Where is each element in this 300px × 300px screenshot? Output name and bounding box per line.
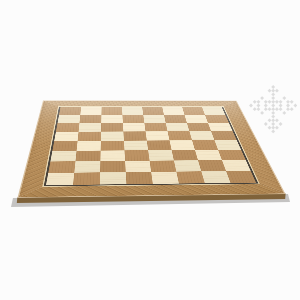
square-c2 [100, 161, 126, 172]
square-f5 [168, 131, 193, 140]
square-d1 [126, 172, 153, 184]
square-b1 [73, 172, 100, 184]
square-b7 [79, 115, 101, 123]
square-g8 [182, 107, 205, 115]
square-c6 [101, 123, 123, 132]
square-d5 [123, 131, 146, 140]
square-f7 [164, 115, 187, 123]
dark-fillet-line [44, 107, 259, 186]
square-a4 [52, 141, 77, 151]
square-b4 [77, 141, 101, 151]
square-d8 [122, 107, 143, 115]
square-d7 [122, 115, 144, 123]
square-e1 [151, 172, 179, 184]
square-h5 [211, 131, 237, 140]
square-a5 [54, 132, 78, 141]
square-h4 [214, 140, 241, 150]
chess-board [17, 101, 285, 198]
square-d3 [124, 150, 149, 161]
product-photo [0, 0, 300, 300]
square-f1 [176, 171, 205, 183]
square-e7 [143, 115, 165, 123]
square-b3 [75, 151, 100, 162]
square-e5 [146, 131, 170, 140]
brand-ornament-icon [249, 85, 297, 136]
square-e4 [147, 140, 172, 150]
square-a7 [58, 115, 81, 123]
square-h2 [222, 160, 251, 171]
square-f4 [170, 140, 195, 150]
square-b8 [80, 107, 101, 115]
square-f8 [162, 107, 184, 115]
square-e3 [148, 150, 174, 161]
square-c5 [101, 131, 124, 140]
square-b2 [74, 161, 100, 173]
maple-fillet-line [42, 106, 260, 187]
square-c8 [101, 107, 122, 115]
square-h3 [218, 150, 246, 160]
square-a8 [59, 107, 81, 115]
square-e6 [144, 123, 167, 132]
square-d2 [125, 161, 151, 172]
board-squares-grid [46, 107, 256, 185]
square-a2 [48, 161, 75, 173]
square-b6 [79, 123, 102, 132]
square-h6 [208, 123, 233, 131]
square-a3 [50, 151, 76, 162]
square-c3 [100, 150, 125, 161]
square-f2 [174, 160, 201, 171]
square-a1 [46, 173, 74, 186]
square-h7 [205, 115, 229, 123]
square-b5 [78, 132, 101, 141]
square-e8 [142, 107, 164, 115]
square-f3 [172, 150, 198, 161]
square-c1 [100, 172, 127, 184]
square-c7 [101, 115, 123, 123]
square-a6 [56, 123, 80, 132]
square-e2 [150, 160, 177, 171]
square-h1 [226, 171, 256, 183]
square-d6 [123, 123, 146, 132]
square-c4 [101, 141, 125, 151]
square-d4 [124, 141, 148, 151]
square-h8 [202, 107, 225, 114]
square-f6 [166, 123, 190, 132]
